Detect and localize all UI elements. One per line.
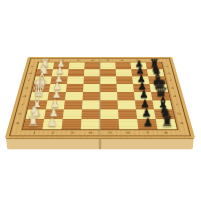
square-h6[interactable]: [115, 62, 131, 69]
coord-label: h: [31, 66, 34, 68]
coord-label: d: [173, 95, 176, 97]
coord-label: e: [171, 87, 174, 89]
square-e6[interactable]: [117, 84, 134, 92]
square-h4[interactable]: [84, 62, 100, 69]
coord-label: 5: [106, 59, 109, 61]
square-c4[interactable]: [82, 100, 100, 109]
white-rook-a1[interactable]: ♜: [23, 115, 42, 129]
square-a4[interactable]: [81, 119, 100, 129]
square-a5[interactable]: [100, 119, 119, 129]
square-e3[interactable]: [66, 84, 83, 92]
coord-label: f: [170, 79, 172, 81]
black-pawn-a7[interactable]: ♟: [138, 117, 157, 128]
square-a3[interactable]: [62, 119, 82, 129]
square-a8[interactable]: ♜: [156, 119, 177, 129]
square-f6[interactable]: [116, 76, 133, 84]
coord-label: 3: [70, 131, 74, 134]
board-face: 12345678 12345678 hgfedcba hgfedcba ♜♟♟♜…: [5, 57, 195, 138]
coord-label: 1: [32, 131, 36, 134]
square-d5[interactable]: [100, 92, 118, 100]
chess-set-photo: 12345678 12345678 hgfedcba hgfedcba ♜♟♟♜…: [0, 0, 201, 201]
coord-label: b: [19, 112, 23, 115]
coord-label: g: [29, 72, 32, 74]
square-h5[interactable]: [100, 62, 116, 69]
coordinate-band: 12345678 12345678 hgfedcba hgfedcba ♜♟♟♜…: [9, 58, 191, 136]
coord-label: a: [180, 122, 184, 125]
square-g4[interactable]: [84, 69, 100, 76]
square-b3[interactable]: [63, 109, 82, 119]
coord-label: 3: [77, 59, 80, 61]
coord-label: 1: [47, 59, 50, 61]
coord-label: a: [16, 122, 20, 125]
square-f5[interactable]: [100, 76, 117, 84]
square-d3[interactable]: [65, 92, 83, 100]
square-b5[interactable]: [100, 109, 119, 119]
square-f3[interactable]: [67, 76, 84, 84]
coord-label: d: [23, 95, 26, 97]
black-rook-a8[interactable]: ♜: [157, 115, 176, 129]
coord-label: 4: [91, 59, 94, 61]
square-h3[interactable]: [69, 62, 85, 69]
square-g5[interactable]: [100, 69, 116, 76]
box-side-edge: [6, 138, 194, 149]
square-e4[interactable]: [83, 84, 100, 92]
square-a6[interactable]: [119, 119, 139, 129]
coord-label: g: [168, 72, 171, 74]
square-c6[interactable]: [118, 100, 137, 109]
coord-label: 5: [108, 131, 111, 134]
square-f4[interactable]: [83, 76, 100, 84]
chess-board: 12345678 12345678 hgfedcba hgfedcba ♜♟♟♜…: [5, 57, 195, 138]
square-d6[interactable]: [117, 92, 135, 100]
coord-label: c: [176, 103, 179, 105]
square-b4[interactable]: [81, 109, 100, 119]
coord-label: 4: [89, 131, 92, 134]
coord-label: e: [25, 87, 28, 89]
square-c3[interactable]: [64, 100, 83, 109]
square-c5[interactable]: [100, 100, 118, 109]
square-g6[interactable]: [116, 69, 133, 76]
coord-label: b: [178, 112, 182, 115]
square-e5[interactable]: [100, 84, 117, 92]
square-b6[interactable]: [118, 109, 137, 119]
square-a1[interactable]: ♜: [23, 119, 44, 129]
scene: 12345678 12345678 hgfedcba hgfedcba ♜♟♟♜…: [18, 10, 182, 174]
coord-label: 2: [62, 59, 65, 61]
coord-label: 7: [135, 59, 138, 61]
coord-label: c: [21, 103, 24, 105]
square-a2[interactable]: ♟: [42, 119, 62, 129]
coord-label: 8: [150, 59, 153, 61]
hinge-seam: [99, 139, 100, 149]
coord-label: 6: [126, 131, 130, 134]
white-pawn-a2[interactable]: ♟: [43, 117, 62, 128]
square-a7[interactable]: ♟: [137, 119, 157, 129]
square-d4[interactable]: [82, 92, 100, 100]
coord-label: 6: [121, 59, 124, 61]
coord-label: h: [166, 66, 169, 68]
square-g3[interactable]: [68, 69, 85, 76]
coord-label: f: [28, 79, 30, 81]
coord-label: 8: [164, 131, 168, 134]
coord-label: 7: [145, 131, 149, 134]
coord-label: 2: [51, 131, 55, 134]
